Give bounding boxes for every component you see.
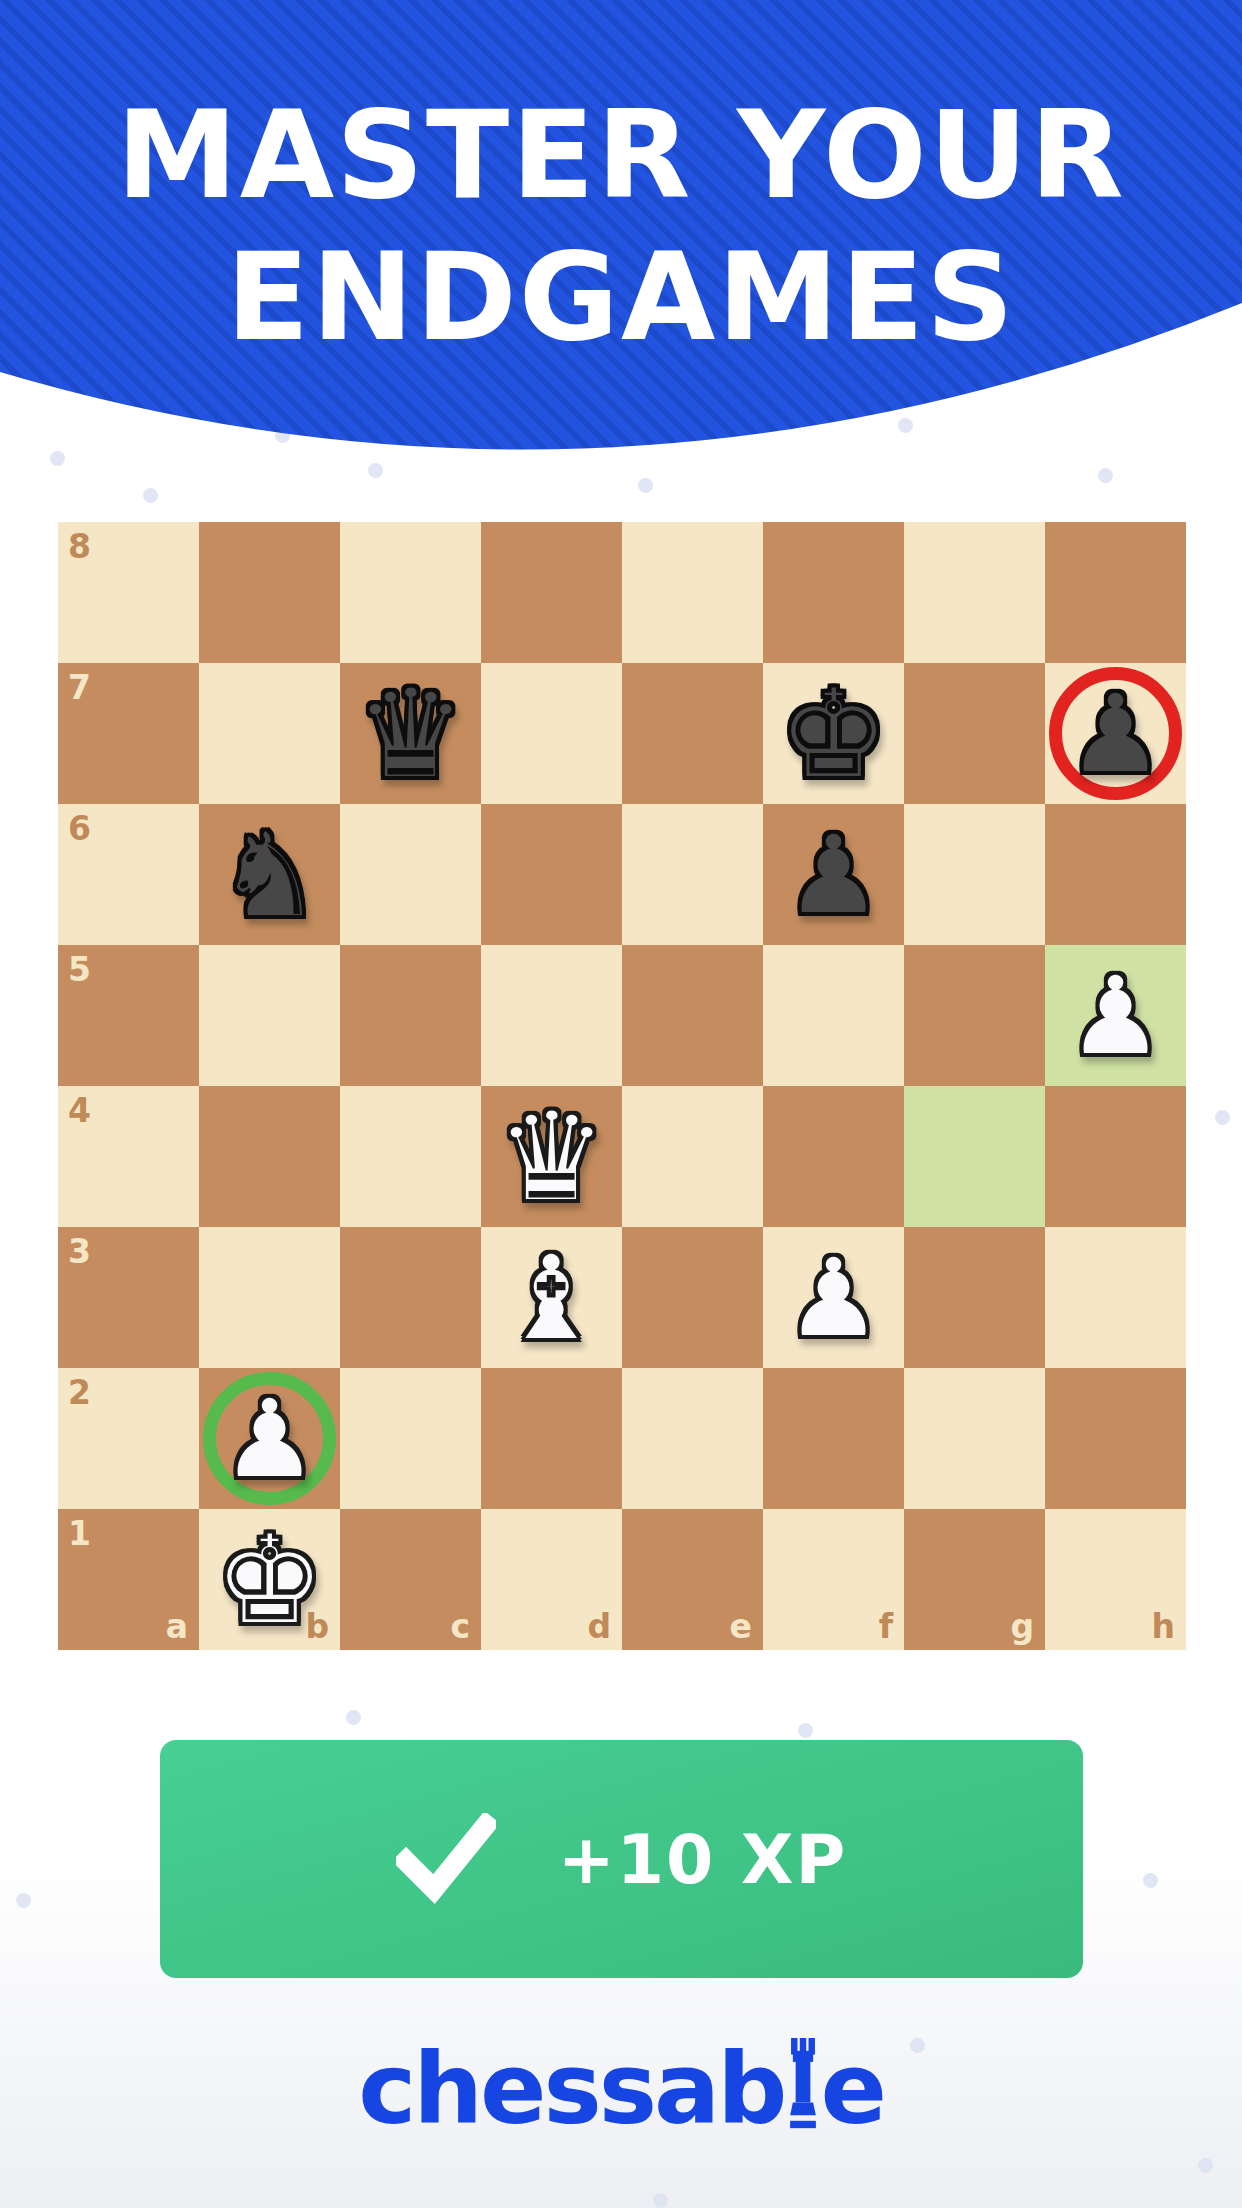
black-king-f7[interactable]: ♚ bbox=[763, 663, 904, 804]
square-g6[interactable] bbox=[904, 804, 1045, 945]
square-d5[interactable] bbox=[481, 945, 622, 1086]
square-e7[interactable] bbox=[622, 663, 763, 804]
logo-text-before: chessab bbox=[358, 2036, 784, 2144]
square-f2[interactable] bbox=[763, 1368, 904, 1509]
black-knight-b6[interactable]: ♞ bbox=[199, 804, 340, 945]
square-d6[interactable] bbox=[481, 804, 622, 945]
square-g4[interactable] bbox=[904, 1086, 1045, 1227]
banner-title-line1: MASTER YOUR bbox=[0, 84, 1242, 226]
square-a6[interactable]: 6 bbox=[58, 804, 199, 945]
square-h4[interactable] bbox=[1045, 1086, 1186, 1227]
rank-label-8: 8 bbox=[68, 530, 91, 563]
file-label-e: e bbox=[730, 1610, 752, 1643]
checkmark-icon bbox=[396, 1813, 496, 1905]
square-c2[interactable] bbox=[340, 1368, 481, 1509]
square-h8[interactable] bbox=[1045, 522, 1186, 663]
square-f8[interactable] bbox=[763, 522, 904, 663]
black-pawn-f6[interactable]: ♟ bbox=[763, 804, 904, 945]
square-f7[interactable]: ♚ bbox=[763, 663, 904, 804]
square-e3[interactable] bbox=[622, 1227, 763, 1368]
rank-label-4: 4 bbox=[68, 1094, 91, 1127]
square-g1[interactable]: g bbox=[904, 1509, 1045, 1650]
square-b4[interactable] bbox=[199, 1086, 340, 1227]
logo-text-after: e bbox=[820, 2036, 883, 2144]
white-pawn-f3[interactable]: ♟ bbox=[763, 1227, 904, 1368]
square-e2[interactable] bbox=[622, 1368, 763, 1509]
square-b7[interactable] bbox=[199, 663, 340, 804]
square-c7[interactable]: ♛ bbox=[340, 663, 481, 804]
square-e5[interactable] bbox=[622, 945, 763, 1086]
chessable-logo: chessab e bbox=[0, 2036, 1242, 2144]
white-bishop-d3[interactable]: ♝ bbox=[481, 1227, 622, 1368]
square-a2[interactable]: 2 bbox=[58, 1368, 199, 1509]
white-king-b1[interactable]: ♚ bbox=[199, 1509, 340, 1650]
xp-reward-button[interactable]: +10 XP bbox=[160, 1740, 1083, 1978]
square-a4[interactable]: 4 bbox=[58, 1086, 199, 1227]
file-label-g: g bbox=[1010, 1610, 1034, 1643]
banner-title: MASTER YOUR ENDGAMES bbox=[0, 84, 1242, 368]
rook-letter-icon bbox=[789, 2038, 817, 2130]
square-b2[interactable]: ♟ bbox=[199, 1368, 340, 1509]
square-g8[interactable] bbox=[904, 522, 1045, 663]
file-label-h: h bbox=[1152, 1610, 1176, 1643]
square-f3[interactable]: ♟ bbox=[763, 1227, 904, 1368]
black-pawn-h7[interactable]: ♟ bbox=[1045, 663, 1186, 804]
banner-title-line2: ENDGAMES bbox=[0, 226, 1242, 368]
square-g2[interactable] bbox=[904, 1368, 1045, 1509]
square-b1[interactable]: b♚ bbox=[199, 1509, 340, 1650]
square-b6[interactable]: ♞ bbox=[199, 804, 340, 945]
rank-label-2: 2 bbox=[68, 1376, 91, 1409]
promo-banner: MASTER YOUR ENDGAMES bbox=[0, 0, 1242, 560]
square-b8[interactable] bbox=[199, 522, 340, 663]
square-c5[interactable] bbox=[340, 945, 481, 1086]
rank-label-3: 3 bbox=[68, 1235, 91, 1268]
square-e4[interactable] bbox=[622, 1086, 763, 1227]
square-a3[interactable]: 3 bbox=[58, 1227, 199, 1368]
file-label-d: d bbox=[587, 1610, 611, 1643]
square-a5[interactable]: 5 bbox=[58, 945, 199, 1086]
square-e1[interactable]: e bbox=[622, 1509, 763, 1650]
square-d2[interactable] bbox=[481, 1368, 622, 1509]
file-label-f: f bbox=[879, 1610, 893, 1643]
square-c1[interactable]: c bbox=[340, 1509, 481, 1650]
square-d3[interactable]: ♝ bbox=[481, 1227, 622, 1368]
rank-label-1: 1 bbox=[68, 1517, 91, 1550]
rank-label-7: 7 bbox=[68, 671, 91, 704]
square-e6[interactable] bbox=[622, 804, 763, 945]
white-pawn-h5[interactable]: ♟ bbox=[1045, 945, 1186, 1086]
square-h7[interactable]: ♟ bbox=[1045, 663, 1186, 804]
square-c4[interactable] bbox=[340, 1086, 481, 1227]
square-d4[interactable]: ♛ bbox=[481, 1086, 622, 1227]
square-d8[interactable] bbox=[481, 522, 622, 663]
rank-label-5: 5 bbox=[68, 953, 91, 986]
square-c3[interactable] bbox=[340, 1227, 481, 1368]
square-g3[interactable] bbox=[904, 1227, 1045, 1368]
black-queen-c7[interactable]: ♛ bbox=[340, 663, 481, 804]
square-b5[interactable] bbox=[199, 945, 340, 1086]
square-a8[interactable]: 8 bbox=[58, 522, 199, 663]
square-h3[interactable] bbox=[1045, 1227, 1186, 1368]
square-f1[interactable]: f bbox=[763, 1509, 904, 1650]
square-h6[interactable] bbox=[1045, 804, 1186, 945]
file-label-a: a bbox=[166, 1610, 188, 1643]
square-c6[interactable] bbox=[340, 804, 481, 945]
white-pawn-b2[interactable]: ♟ bbox=[199, 1368, 340, 1509]
square-d7[interactable] bbox=[481, 663, 622, 804]
white-queen-d4[interactable]: ♛ bbox=[481, 1086, 622, 1227]
square-f6[interactable]: ♟ bbox=[763, 804, 904, 945]
chess-board[interactable]: 87♛♚♟6♞♟5♟4♛3♝♟2♟1ab♚cdefgh bbox=[58, 522, 1186, 1650]
rank-label-6: 6 bbox=[68, 812, 91, 845]
file-label-c: c bbox=[450, 1610, 470, 1643]
square-a1[interactable]: 1a bbox=[58, 1509, 199, 1650]
square-h5[interactable]: ♟ bbox=[1045, 945, 1186, 1086]
square-c8[interactable] bbox=[340, 522, 481, 663]
xp-label: +10 XP bbox=[558, 1820, 848, 1899]
square-e8[interactable] bbox=[622, 522, 763, 663]
square-h1[interactable]: h bbox=[1045, 1509, 1186, 1650]
square-h2[interactable] bbox=[1045, 1368, 1186, 1509]
square-f4[interactable] bbox=[763, 1086, 904, 1227]
square-d1[interactable]: d bbox=[481, 1509, 622, 1650]
square-b3[interactable] bbox=[199, 1227, 340, 1368]
square-a7[interactable]: 7 bbox=[58, 663, 199, 804]
square-g7[interactable] bbox=[904, 663, 1045, 804]
square-f5[interactable] bbox=[763, 945, 904, 1086]
square-g5[interactable] bbox=[904, 945, 1045, 1086]
